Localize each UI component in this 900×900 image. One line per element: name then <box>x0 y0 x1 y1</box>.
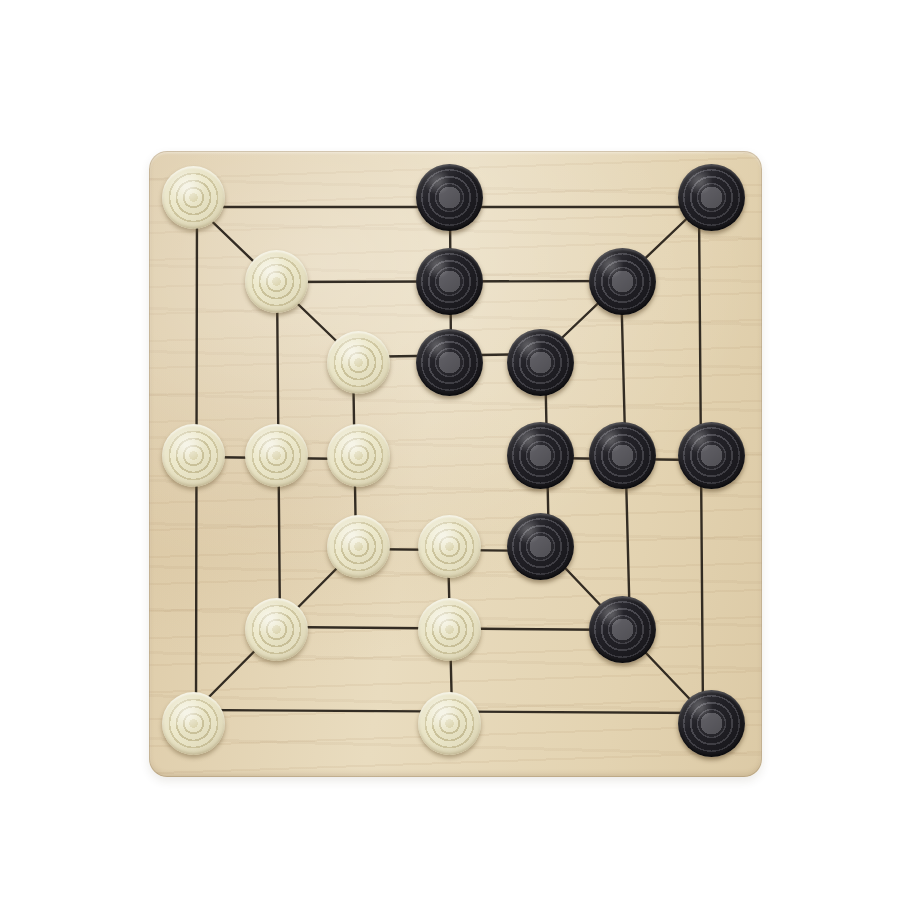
product-photo-canvas <box>0 0 900 900</box>
point-d3[interactable] <box>402 504 498 590</box>
white-piece-b2[interactable] <box>245 598 308 661</box>
point-b6[interactable] <box>237 244 315 318</box>
black-piece-g4[interactable] <box>678 422 745 489</box>
white-piece-a1[interactable] <box>162 692 225 755</box>
point-e5[interactable] <box>498 319 585 408</box>
point-e3[interactable] <box>498 504 585 590</box>
white-piece-d2[interactable] <box>418 598 481 661</box>
white-piece-c5[interactable] <box>327 331 390 394</box>
white-piece-d1[interactable] <box>418 692 481 755</box>
point-b4[interactable] <box>237 407 315 504</box>
white-piece-b6[interactable] <box>245 250 308 313</box>
point-f4[interactable] <box>584 407 662 504</box>
black-piece-f2[interactable] <box>589 596 656 663</box>
point-f6[interactable] <box>584 244 662 318</box>
white-piece-c3[interactable] <box>327 515 390 578</box>
point-g1[interactable] <box>662 670 763 777</box>
point-c5[interactable] <box>315 319 402 408</box>
black-piece-d7[interactable] <box>416 164 483 231</box>
point-d5[interactable] <box>402 319 498 408</box>
black-piece-e5[interactable] <box>507 329 574 396</box>
point-d2[interactable] <box>402 590 498 671</box>
white-piece-c4[interactable] <box>327 424 390 487</box>
point-c3[interactable] <box>315 504 402 590</box>
black-piece-e4[interactable] <box>507 422 574 489</box>
white-piece-b4[interactable] <box>245 424 308 487</box>
point-e4[interactable] <box>498 407 585 504</box>
black-piece-f4[interactable] <box>589 422 656 489</box>
point-g4[interactable] <box>662 407 763 504</box>
point-d1[interactable] <box>402 670 498 777</box>
black-piece-g7[interactable] <box>678 164 745 231</box>
white-piece-a7[interactable] <box>162 166 225 229</box>
point-d6[interactable] <box>402 244 498 318</box>
point-c4[interactable] <box>315 407 402 504</box>
board-grid <box>149 151 762 777</box>
point-d7[interactable] <box>402 151 498 244</box>
white-piece-d3[interactable] <box>418 515 481 578</box>
black-piece-f6[interactable] <box>589 248 656 315</box>
point-f2[interactable] <box>584 590 662 671</box>
point-a4[interactable] <box>149 407 237 504</box>
black-piece-e3[interactable] <box>507 513 574 580</box>
point-b2[interactable] <box>237 590 315 671</box>
point-g7[interactable] <box>662 151 763 244</box>
point-a1[interactable] <box>149 670 237 777</box>
black-piece-d6[interactable] <box>416 248 483 315</box>
point-a7[interactable] <box>149 151 237 244</box>
white-piece-a4[interactable] <box>162 424 225 487</box>
black-piece-g1[interactable] <box>678 690 745 757</box>
black-piece-d5[interactable] <box>416 329 483 396</box>
